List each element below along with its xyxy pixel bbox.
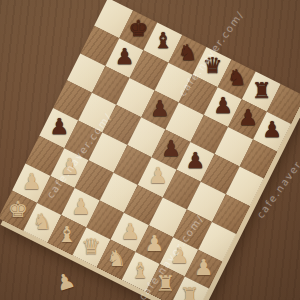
black-pawn-f5[interactable]: ♟ — [186, 150, 206, 172]
white-pawn-h2[interactable]: ♟ — [194, 257, 214, 279]
white-pawn-a2[interactable]: ♟ — [22, 171, 42, 193]
white-pawn-b3[interactable]: ♟ — [60, 156, 80, 178]
captured-piece: ♟ — [53, 270, 77, 296]
white-pawn-e2[interactable]: ♟ — [120, 220, 140, 242]
black-queen-e8[interactable]: ♛ — [202, 55, 222, 77]
black-pawn-d6[interactable]: ♟ — [150, 98, 170, 120]
white-pawn-f2[interactable]: ♟ — [145, 233, 165, 255]
white-knight-e1[interactable]: ♞ — [106, 248, 126, 270]
white-pawn-c2[interactable]: ♟ — [71, 196, 91, 218]
white-queen-d1[interactable]: ♛ — [82, 236, 102, 258]
black-pawn-g7[interactable]: ♟ — [238, 107, 258, 129]
white-pawn-g2[interactable]: ♟ — [169, 245, 189, 267]
black-knight-f8[interactable]: ♞ — [227, 67, 247, 89]
white-pawn-e4[interactable]: ♟ — [148, 165, 168, 187]
photo-canvas: ♚♝♞♛♞♜♟♟♟♟♟♟♟♟♟♟♟♟♟♟♟♟♚♞♝♛♞♝♜♜ cafe.nave… — [0, 0, 300, 300]
black-pawn-f7[interactable]: ♟ — [213, 95, 233, 117]
black-pawn-h7[interactable]: ♟ — [263, 120, 283, 142]
white-knight-b1[interactable]: ♞ — [33, 211, 53, 233]
black-bishop-c8[interactable]: ♝ — [153, 31, 173, 53]
black-pawn-a4[interactable]: ♟ — [49, 116, 69, 138]
black-knight-d8[interactable]: ♞ — [178, 43, 198, 65]
black-pawn-b7[interactable]: ♟ — [115, 46, 135, 68]
white-bishop-f1[interactable]: ♝ — [131, 260, 151, 282]
white-rook-g1[interactable]: ♜ — [156, 272, 176, 294]
white-rook-h1[interactable]: ♜ — [180, 285, 200, 300]
black-king-b8[interactable]: ♚ — [129, 18, 149, 40]
black-rook-g8[interactable]: ♜ — [252, 80, 272, 102]
black-pawn-e5[interactable]: ♟ — [161, 138, 181, 160]
white-king-a1[interactable]: ♚ — [8, 199, 28, 221]
chess-board[interactable]: ♚♝♞♛♞♜♟♟♟♟♟♟♟♟♟♟♟♟♟♟♟♟♚♞♝♛♞♝♜♜ — [0, 0, 300, 300]
white-bishop-c1[interactable]: ♝ — [57, 223, 77, 245]
